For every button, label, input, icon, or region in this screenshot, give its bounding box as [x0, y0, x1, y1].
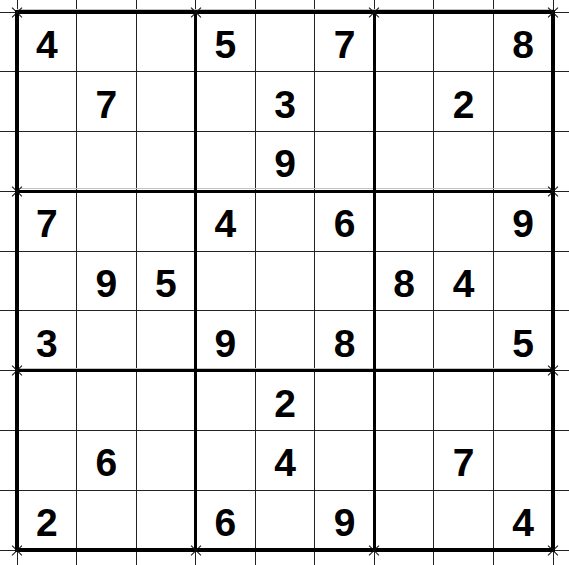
- cell-r1c9[interactable]: 8: [493, 12, 553, 72]
- cell-r9c9[interactable]: 4: [493, 490, 553, 550]
- cell-r4c4[interactable]: 4: [196, 191, 256, 251]
- cell-r9c6[interactable]: 9: [315, 490, 375, 550]
- cell-r1c5[interactable]: [255, 12, 315, 72]
- cell-r9c3[interactable]: [136, 490, 196, 550]
- cell-r2c9[interactable]: [493, 72, 553, 132]
- cell-r6c7[interactable]: [374, 311, 434, 371]
- cell-r6c3[interactable]: [136, 311, 196, 371]
- cell-r3c8[interactable]: [434, 132, 494, 192]
- cell-r8c3[interactable]: [136, 430, 196, 490]
- cell-r2c7[interactable]: [374, 72, 434, 132]
- cell-r8c9[interactable]: [493, 430, 553, 490]
- cell-r8c1[interactable]: [17, 430, 77, 490]
- cell-r8c5[interactable]: 4: [255, 430, 315, 490]
- cell-r1c7[interactable]: [374, 12, 434, 72]
- cell-r7c2[interactable]: [77, 371, 137, 431]
- cell-r6c1[interactable]: 3: [17, 311, 77, 371]
- cell-r4c6[interactable]: 6: [315, 191, 375, 251]
- cell-r2c2[interactable]: 7: [77, 72, 137, 132]
- cell-r9c8[interactable]: [434, 490, 494, 550]
- cell-r7c3[interactable]: [136, 371, 196, 431]
- cell-r8c8[interactable]: 7: [434, 430, 494, 490]
- cell-r3c6[interactable]: [315, 132, 375, 192]
- cell-r4c3[interactable]: [136, 191, 196, 251]
- cell-r9c7[interactable]: [374, 490, 434, 550]
- cell-r1c4[interactable]: 5: [196, 12, 256, 72]
- cell-r4c7[interactable]: [374, 191, 434, 251]
- cell-r3c7[interactable]: [374, 132, 434, 192]
- cell-r3c2[interactable]: [77, 132, 137, 192]
- cell-r4c2[interactable]: [77, 191, 137, 251]
- cell-r4c1[interactable]: 7: [17, 191, 77, 251]
- cell-r5c9[interactable]: [493, 251, 553, 311]
- cell-r1c2[interactable]: [77, 12, 137, 72]
- cell-r1c6[interactable]: 7: [315, 12, 375, 72]
- cell-r7c9[interactable]: [493, 371, 553, 431]
- cell-r5c7[interactable]: 8: [374, 251, 434, 311]
- cell-r3c5[interactable]: 9: [255, 132, 315, 192]
- cell-r8c6[interactable]: [315, 430, 375, 490]
- cell-r1c8[interactable]: [434, 12, 494, 72]
- cell-r5c4[interactable]: [196, 251, 256, 311]
- cell-r6c6[interactable]: 8: [315, 311, 375, 371]
- board-grid: 4578732974699584398526472694: [17, 12, 553, 550]
- cell-r2c1[interactable]: [17, 72, 77, 132]
- scan-artifact-line: [17, 9, 553, 10]
- cell-r4c9[interactable]: 9: [493, 191, 553, 251]
- cell-r5c3[interactable]: 5: [136, 251, 196, 311]
- cell-r6c8[interactable]: [434, 311, 494, 371]
- sudoku-puzzle: 4578732974699584398526472694: [0, 0, 569, 565]
- cell-r8c4[interactable]: [196, 430, 256, 490]
- cell-r8c7[interactable]: [374, 430, 434, 490]
- cell-r3c9[interactable]: [493, 132, 553, 192]
- cell-r4c5[interactable]: [255, 191, 315, 251]
- cell-r2c3[interactable]: [136, 72, 196, 132]
- cell-r5c5[interactable]: [255, 251, 315, 311]
- cell-r7c8[interactable]: [434, 371, 494, 431]
- cell-r8c2[interactable]: 6: [77, 430, 137, 490]
- cell-r3c3[interactable]: [136, 132, 196, 192]
- cell-r7c5[interactable]: 2: [255, 371, 315, 431]
- cell-r2c6[interactable]: [315, 72, 375, 132]
- cell-r7c7[interactable]: [374, 371, 434, 431]
- cell-r2c8[interactable]: 2: [434, 72, 494, 132]
- cell-r9c5[interactable]: [255, 490, 315, 550]
- cell-r7c1[interactable]: [17, 371, 77, 431]
- cell-r3c4[interactable]: [196, 132, 256, 192]
- cell-r2c5[interactable]: 3: [255, 72, 315, 132]
- cell-r5c1[interactable]: [17, 251, 77, 311]
- cell-r3c1[interactable]: [17, 132, 77, 192]
- cell-r5c8[interactable]: 4: [434, 251, 494, 311]
- cell-r7c4[interactable]: [196, 371, 256, 431]
- cell-r4c8[interactable]: [434, 191, 494, 251]
- cell-r1c3[interactable]: [136, 12, 196, 72]
- cell-r1c1[interactable]: 4: [17, 12, 77, 72]
- cell-r2c4[interactable]: [196, 72, 256, 132]
- cell-r6c9[interactable]: 5: [493, 311, 553, 371]
- cell-r6c5[interactable]: [255, 311, 315, 371]
- cell-r9c1[interactable]: 2: [17, 490, 77, 550]
- cell-r6c4[interactable]: 9: [196, 311, 256, 371]
- cell-r7c6[interactable]: [315, 371, 375, 431]
- cell-r6c2[interactable]: [77, 311, 137, 371]
- cell-r9c2[interactable]: [77, 490, 137, 550]
- cell-r5c6[interactable]: [315, 251, 375, 311]
- cell-r9c4[interactable]: 6: [196, 490, 256, 550]
- cell-r5c2[interactable]: 9: [77, 251, 137, 311]
